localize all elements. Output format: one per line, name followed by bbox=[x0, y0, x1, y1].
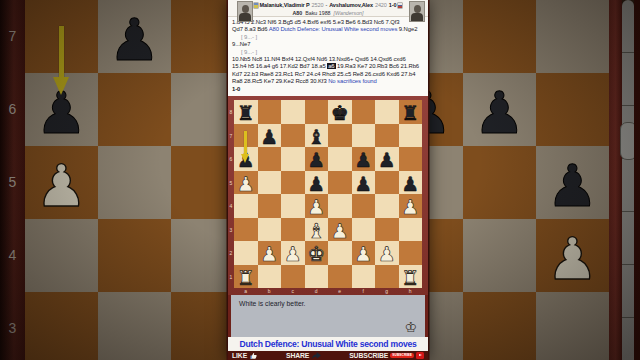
white-pawn-f2[interactable]: ♟ bbox=[352, 241, 376, 265]
white-pawn-c2[interactable]: ♟ bbox=[281, 241, 305, 265]
black-pawn-d6[interactable]: ♟ bbox=[305, 147, 329, 171]
white-rook-a1[interactable]: ♜ bbox=[234, 265, 258, 289]
vs-separator: - bbox=[325, 2, 327, 8]
square-f8[interactable] bbox=[352, 100, 376, 124]
square-f7[interactable] bbox=[352, 124, 376, 148]
square-a4[interactable] bbox=[234, 194, 258, 218]
variation-text[interactable]: [ 9...- ] bbox=[241, 34, 257, 40]
diagram-squares: ♜♚♜♟♝♟♟♟♟♟♟♟♟♟♟♝♟♟♟♚♟♟♜♜ bbox=[234, 100, 422, 288]
eco-code: A80 bbox=[293, 10, 303, 16]
background-scrollbar[interactable] bbox=[622, 0, 634, 360]
square-c1[interactable] bbox=[281, 265, 305, 289]
square-e1[interactable] bbox=[328, 265, 352, 289]
bg-square-h3 bbox=[536, 292, 609, 360]
annotation-text[interactable]: No sacrifices found bbox=[328, 78, 377, 84]
black-player-photo bbox=[409, 1, 425, 22]
evaluation-comment: White is clearly better. bbox=[239, 300, 305, 307]
background-window-edge bbox=[634, 0, 640, 360]
bg-square-a3 bbox=[25, 292, 98, 360]
notation-line[interactable]: [ 9...- ] bbox=[232, 49, 424, 56]
black-king-e8[interactable]: ♚ bbox=[328, 100, 352, 124]
notation-line[interactable]: 1-0 bbox=[232, 86, 424, 93]
result-text[interactable]: 1-0 bbox=[232, 86, 240, 92]
notation-line[interactable]: Qd7 8.a3 Bd6 A80 Dutch Defence: Unusual … bbox=[232, 26, 424, 33]
white-pawn-g2[interactable]: ♟ bbox=[375, 241, 399, 265]
moves-text[interactable]: 9.Nge2 bbox=[397, 26, 417, 32]
square-e2[interactable] bbox=[328, 241, 352, 265]
white-pawn-b2[interactable]: ♟ bbox=[258, 241, 282, 265]
square-b1[interactable] bbox=[258, 265, 282, 289]
notation-panel[interactable]: 1.d4 f5 2.Nc3 Nf6 3.Bg5 d5 4.Bxf6 exf6 5… bbox=[228, 17, 428, 96]
bg-square-g3 bbox=[463, 292, 536, 360]
event-name: Baku 1988 bbox=[305, 10, 330, 16]
file-label-e: e bbox=[328, 288, 352, 294]
share-button[interactable]: SHARE bbox=[286, 351, 309, 360]
white-pawn-bg-h4: ♟ bbox=[536, 219, 609, 292]
notation-line[interactable]: Ra8 28.Rc5 Ke7 29.Ke2 Rcc8 30.Kf3 No sac… bbox=[232, 78, 424, 85]
bg-rank-label-7: 7 bbox=[0, 0, 25, 73]
square-c7[interactable] bbox=[281, 124, 305, 148]
square-b5[interactable] bbox=[258, 171, 282, 195]
white-pawn-a5[interactable]: ♟ bbox=[234, 171, 258, 195]
black-pawn-f5[interactable]: ♟ bbox=[352, 171, 376, 195]
like-button[interactable]: LIKE bbox=[232, 351, 247, 360]
white-pawn-e3[interactable]: ♟ bbox=[328, 218, 352, 242]
file-label-c: c bbox=[281, 288, 305, 294]
video-title-bar: Dutch Defence: Unusual White second move… bbox=[228, 337, 428, 351]
rank-label-2: 2 bbox=[228, 250, 234, 256]
moves-text[interactable]: 15.h4 h5 16.a4 g6 17.Kd2 Bd7 18.a5 bbox=[232, 63, 327, 69]
black-player-name: Avshalumov,Alex bbox=[329, 2, 373, 8]
bg-rank-label-3: 3 bbox=[0, 292, 25, 360]
square-g7[interactable] bbox=[375, 124, 399, 148]
bg-square-a4 bbox=[25, 219, 98, 292]
white-bishop-d3[interactable]: ♝ bbox=[305, 218, 329, 242]
subscribe-label: SUBSCRIBE bbox=[349, 351, 388, 360]
black-player-elo: 2420 bbox=[375, 2, 387, 8]
square-g8[interactable] bbox=[375, 100, 399, 124]
photo-head bbox=[242, 5, 249, 13]
variation-text[interactable]: [ 9...- ] bbox=[241, 49, 257, 55]
youtube-play-icon[interactable] bbox=[416, 352, 424, 359]
file-label-f: f bbox=[352, 288, 376, 294]
video-title: Dutch Defence: Unusual White second move… bbox=[240, 339, 417, 349]
square-c5[interactable] bbox=[281, 171, 305, 195]
square-e7[interactable] bbox=[328, 124, 352, 148]
black-pawn-f6[interactable]: ♟ bbox=[352, 147, 376, 171]
square-c6[interactable] bbox=[281, 147, 305, 171]
square-g5[interactable] bbox=[375, 171, 399, 195]
notation-line[interactable]: 1.d4 f5 2.Nc3 Nf6 3.Bg5 d5 4.Bxf6 exf6 5… bbox=[232, 19, 424, 26]
annotator: [Wanderson] bbox=[334, 10, 364, 16]
background-board-border-left: 76543 bbox=[0, 0, 25, 360]
black-pawn-h5[interactable]: ♟ bbox=[399, 171, 423, 195]
square-a3[interactable] bbox=[234, 218, 258, 242]
russia-flag-icon bbox=[398, 3, 402, 8]
thumb-up-icon[interactable] bbox=[249, 352, 258, 360]
white-pawn-h4[interactable]: ♟ bbox=[399, 194, 423, 218]
black-pawn-bg-b7: ♟ bbox=[98, 0, 171, 73]
square-f4[interactable] bbox=[352, 194, 376, 218]
event-line: A80 Baku 1988 [Wanderson] bbox=[254, 9, 402, 16]
moves-text[interactable]: Qd7 8.a3 Bd6 bbox=[232, 26, 269, 32]
notation-line[interactable]: 9...Ne7 bbox=[232, 41, 424, 48]
notation-line[interactable]: 15.h4 h5 16.a4 g6 17.Kd2 Bd7 18.a5 a6 19… bbox=[232, 63, 424, 70]
bg-square-g7 bbox=[463, 0, 536, 73]
notation-line[interactable]: 10.Nb5 Nc8 11.Nf4 Bxf4 12.Qxf4 Nd6 13.Nx… bbox=[232, 56, 424, 63]
black-pawn-b7[interactable]: ♟ bbox=[258, 124, 282, 148]
comment-panel: White is clearly better. ♔ bbox=[228, 295, 428, 337]
white-player-photo bbox=[237, 1, 253, 22]
share-arrow-icon[interactable] bbox=[311, 352, 321, 360]
bg-square-b5 bbox=[98, 146, 171, 219]
analysis-panel: Malaniuk,Vladimir P 2520 - Avshalumov,Al… bbox=[228, 0, 428, 360]
square-b8[interactable] bbox=[258, 100, 282, 124]
bg-square-g4 bbox=[463, 219, 536, 292]
moves-text[interactable]: 10.Nb5 Nc8 11.Nf4 Bxf4 12.Qxf4 Nd6 13.Nx… bbox=[232, 56, 406, 62]
rank-label-4: 4 bbox=[228, 203, 234, 209]
square-a2[interactable] bbox=[234, 241, 258, 265]
square-b3[interactable] bbox=[258, 218, 282, 242]
background-board-border-right bbox=[609, 0, 622, 360]
share-group[interactable]: SHARE bbox=[286, 351, 321, 360]
bg-square-b6 bbox=[98, 73, 171, 146]
moves-text[interactable]: 1.d4 f5 2.Nc3 Nf6 3.Bg5 d5 4.Bxf6 exf6 5… bbox=[232, 19, 400, 25]
white-pawn-bg-a5: ♟ bbox=[25, 146, 98, 219]
square-g4[interactable] bbox=[375, 194, 399, 218]
photo-head bbox=[414, 5, 421, 13]
move-arrow-head bbox=[241, 154, 249, 163]
notation-line[interactable]: Kd7 22.b3 Rae8 23.Rc1 Rc7 24.c4 Rhc8 25.… bbox=[232, 71, 424, 78]
square-h2[interactable] bbox=[399, 241, 423, 265]
square-b4[interactable] bbox=[258, 194, 282, 218]
move-arrow-shaft bbox=[59, 26, 64, 77]
white-player-name: Malaniuk,Vladimir P bbox=[260, 2, 310, 8]
bg-square-b4 bbox=[98, 219, 171, 292]
square-h6[interactable] bbox=[399, 147, 423, 171]
black-pawn-g6[interactable]: ♟ bbox=[375, 147, 399, 171]
moves-text[interactable]: Kd7 22.b3 Rae8 23.Rc1 Rc7 24.c4 Rhc8 25.… bbox=[232, 71, 415, 77]
square-c8[interactable] bbox=[281, 100, 305, 124]
bg-rank-label-6: 6 bbox=[0, 73, 25, 146]
players-line: Malaniuk,Vladimir P 2520 - Avshalumov,Al… bbox=[254, 1, 402, 9]
white-rook-h1[interactable]: ♜ bbox=[399, 265, 423, 289]
annotation-text[interactable]: A80 Dutch Defence: Unusual White second … bbox=[269, 26, 398, 32]
square-g3[interactable] bbox=[375, 218, 399, 242]
bg-rank-label-4: 4 bbox=[0, 219, 25, 292]
square-e4[interactable] bbox=[328, 194, 352, 218]
move-arrow-head bbox=[53, 77, 69, 95]
bg-square-h6 bbox=[536, 73, 609, 146]
chess-king-icon: ♔ bbox=[404, 319, 417, 335]
bg-square-h7 bbox=[536, 0, 609, 73]
like-group[interactable]: LIKE bbox=[232, 351, 258, 360]
black-pawn-bg-h5: ♟ bbox=[536, 146, 609, 219]
white-king-d2[interactable]: ♚ bbox=[305, 241, 329, 265]
rank-label-3: 3 bbox=[228, 227, 234, 233]
square-g1[interactable] bbox=[375, 265, 399, 289]
game-header: Malaniuk,Vladimir P 2520 - Avshalumov,Al… bbox=[228, 0, 428, 17]
square-c4[interactable] bbox=[281, 194, 305, 218]
game-result: 1-0 bbox=[389, 2, 397, 8]
ukraine-flag-icon bbox=[254, 3, 258, 8]
moves-text[interactable]: 9...Ne7 bbox=[232, 41, 250, 47]
notation-line[interactable]: [ 9...- ] bbox=[232, 34, 424, 41]
diagram-board: ♜♚♜♟♝♟♟♟♟♟♟♟♟♟♟♝♟♟♟♚♟♟♜♜ 87654321abcdefg… bbox=[228, 96, 428, 295]
file-label-b: b bbox=[258, 288, 282, 294]
current-move[interactable]: a6 bbox=[327, 63, 335, 69]
square-c3[interactable] bbox=[281, 218, 305, 242]
square-f3[interactable] bbox=[352, 218, 376, 242]
subscribe-group[interactable]: SUBSCRIBE SUBSCRIBE bbox=[349, 351, 424, 360]
photo-torso bbox=[411, 13, 423, 22]
moves-text[interactable]: Ra8 28.Rc5 Ke7 29.Ke2 Rcc8 30.Kf3 bbox=[232, 78, 328, 84]
rank-label-7: 7 bbox=[228, 133, 234, 139]
bg-square-g5 bbox=[463, 146, 536, 219]
moves-text[interactable]: 19.Ra3 Ke7 20.Rb3 Bc6 21.Rb6 bbox=[336, 63, 419, 69]
black-rook-a8[interactable]: ♜ bbox=[234, 100, 258, 124]
black-pawn-d5[interactable]: ♟ bbox=[305, 171, 329, 195]
file-label-g: g bbox=[375, 288, 399, 294]
square-b6[interactable] bbox=[258, 147, 282, 171]
bg-rank-label-5: 5 bbox=[0, 146, 25, 219]
file-label-d: d bbox=[305, 288, 329, 294]
square-d1[interactable] bbox=[305, 265, 329, 289]
black-pawn-bg-g6: ♟ bbox=[463, 73, 536, 146]
action-bar: LIKE SHARE SUBSCRIBE SUBSCRIBE bbox=[228, 351, 428, 360]
square-e6[interactable] bbox=[328, 147, 352, 171]
square-d8[interactable] bbox=[305, 100, 329, 124]
square-f1[interactable] bbox=[352, 265, 376, 289]
move-arrow-shaft bbox=[244, 131, 247, 154]
bg-square-b3 bbox=[98, 292, 171, 360]
black-bishop-d7[interactable]: ♝ bbox=[305, 124, 329, 148]
subscribe-pill-button[interactable]: SUBSCRIBE bbox=[390, 353, 414, 358]
white-player-elo: 2520 bbox=[312, 2, 324, 8]
white-pawn-d4[interactable]: ♟ bbox=[305, 194, 329, 218]
square-h7[interactable] bbox=[399, 124, 423, 148]
square-h3[interactable] bbox=[399, 218, 423, 242]
black-rook-h8[interactable]: ♜ bbox=[399, 100, 423, 124]
square-e5[interactable] bbox=[328, 171, 352, 195]
photo-torso bbox=[239, 13, 251, 22]
